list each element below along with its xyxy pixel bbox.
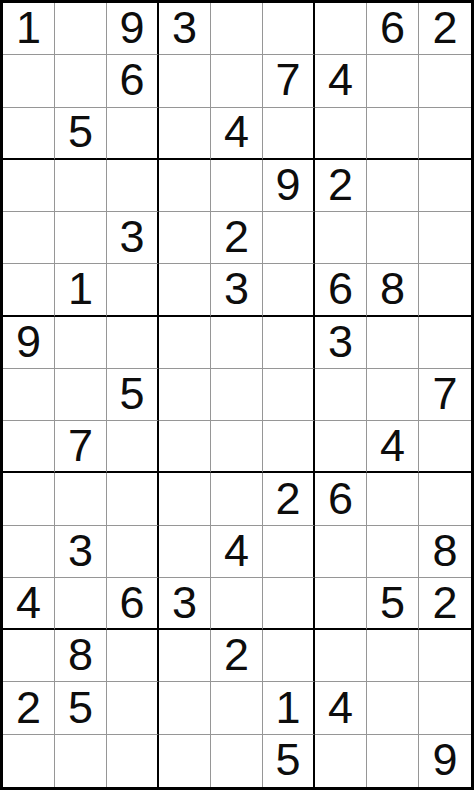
given-digit: 4 bbox=[16, 580, 41, 625]
cell-r11c1[interactable] bbox=[3, 526, 55, 578]
cell-r6c2[interactable]: 1 bbox=[55, 264, 107, 316]
cell-r5c8[interactable] bbox=[367, 212, 419, 264]
cell-r4c8[interactable] bbox=[367, 160, 419, 212]
given-digit: 6 bbox=[119, 580, 144, 625]
cell-r15c4[interactable] bbox=[159, 735, 211, 787]
cell-r8c3[interactable]: 5 bbox=[107, 369, 159, 421]
cell-r12c5[interactable] bbox=[211, 578, 263, 630]
cell-r5c4[interactable] bbox=[159, 212, 211, 264]
cell-r6c5[interactable]: 3 bbox=[211, 264, 263, 316]
cell-r5c5[interactable]: 2 bbox=[211, 212, 263, 264]
cell-r4c6[interactable]: 9 bbox=[263, 160, 315, 212]
cell-r7c7[interactable]: 3 bbox=[315, 317, 367, 369]
given-digit: 2 bbox=[275, 476, 300, 521]
given-digit: 3 bbox=[68, 528, 93, 573]
cell-r11c7[interactable] bbox=[315, 526, 367, 578]
cell-r12c9[interactable]: 2 bbox=[419, 578, 471, 630]
given-digit: 3 bbox=[119, 214, 144, 259]
cell-r12c4[interactable]: 3 bbox=[159, 578, 211, 630]
given-digit: 2 bbox=[328, 162, 353, 207]
given-digit: 4 bbox=[328, 57, 353, 102]
cell-r2c9[interactable] bbox=[419, 55, 471, 107]
cell-r7c6[interactable] bbox=[263, 317, 315, 369]
cell-r11c9[interactable]: 8 bbox=[419, 526, 471, 578]
cell-r3c7[interactable] bbox=[315, 108, 367, 160]
given-digit: 2 bbox=[224, 632, 249, 677]
cell-r9c7[interactable] bbox=[315, 421, 367, 473]
given-digit: 9 bbox=[119, 5, 144, 50]
given-digit: 8 bbox=[380, 266, 405, 311]
cell-r10c2[interactable] bbox=[55, 473, 107, 525]
cell-r1c5[interactable] bbox=[211, 3, 263, 55]
cell-r2c4[interactable] bbox=[159, 55, 211, 107]
cell-r15c2[interactable] bbox=[55, 735, 107, 787]
cell-r15c5[interactable] bbox=[211, 735, 263, 787]
cell-r12c6[interactable] bbox=[263, 578, 315, 630]
cell-r9c2[interactable]: 7 bbox=[55, 421, 107, 473]
cell-r1c1[interactable]: 1 bbox=[3, 3, 55, 55]
cell-r12c8[interactable]: 5 bbox=[367, 578, 419, 630]
cell-r13c7[interactable] bbox=[315, 630, 367, 682]
cell-r3c1[interactable] bbox=[3, 108, 55, 160]
cell-r9c4[interactable] bbox=[159, 421, 211, 473]
given-digit: 2 bbox=[16, 685, 41, 730]
cell-r6c6[interactable] bbox=[263, 264, 315, 316]
cell-r11c5[interactable]: 4 bbox=[211, 526, 263, 578]
cell-r10c5[interactable] bbox=[211, 473, 263, 525]
cell-r6c3[interactable] bbox=[107, 264, 159, 316]
given-digit: 3 bbox=[224, 266, 249, 311]
cell-r4c1[interactable] bbox=[3, 160, 55, 212]
cell-r14c6[interactable]: 1 bbox=[263, 682, 315, 734]
cell-r9c6[interactable] bbox=[263, 421, 315, 473]
cell-r8c4[interactable] bbox=[159, 369, 211, 421]
cell-r1c3[interactable]: 9 bbox=[107, 3, 159, 55]
cell-r15c3[interactable] bbox=[107, 735, 159, 787]
cell-r8c7[interactable] bbox=[315, 369, 367, 421]
given-digit: 7 bbox=[275, 57, 300, 102]
cell-r2c5[interactable] bbox=[211, 55, 263, 107]
cell-r14c5[interactable] bbox=[211, 682, 263, 734]
cell-r13c3[interactable] bbox=[107, 630, 159, 682]
cell-r2c2[interactable] bbox=[55, 55, 107, 107]
cell-r9c1[interactable] bbox=[3, 421, 55, 473]
given-digit: 4 bbox=[328, 685, 353, 730]
cell-r10c1[interactable] bbox=[3, 473, 55, 525]
cell-r14c8[interactable] bbox=[367, 682, 419, 734]
given-digit: 3 bbox=[328, 319, 353, 364]
given-digit: 6 bbox=[328, 266, 353, 311]
cell-r13c2[interactable]: 8 bbox=[55, 630, 107, 682]
cell-r2c6[interactable]: 7 bbox=[263, 55, 315, 107]
given-digit: 9 bbox=[275, 162, 300, 207]
cell-r6c8[interactable]: 8 bbox=[367, 264, 419, 316]
cell-r5c9[interactable] bbox=[419, 212, 471, 264]
cell-r9c3[interactable] bbox=[107, 421, 159, 473]
cell-r5c7[interactable] bbox=[315, 212, 367, 264]
cell-r6c9[interactable] bbox=[419, 264, 471, 316]
given-digit: 1 bbox=[16, 5, 41, 50]
cell-r15c9[interactable]: 9 bbox=[419, 735, 471, 787]
cell-r7c9[interactable] bbox=[419, 317, 471, 369]
cell-r8c2[interactable] bbox=[55, 369, 107, 421]
given-digit: 4 bbox=[224, 109, 249, 154]
cell-r10c9[interactable] bbox=[419, 473, 471, 525]
given-digit: 2 bbox=[432, 580, 457, 625]
cell-r5c1[interactable] bbox=[3, 212, 55, 264]
given-digit: 4 bbox=[224, 528, 249, 573]
given-digit: 6 bbox=[119, 57, 144, 102]
cell-r1c7[interactable] bbox=[315, 3, 367, 55]
cell-r1c9[interactable]: 2 bbox=[419, 3, 471, 55]
given-digit: 9 bbox=[16, 319, 41, 364]
cell-r11c2[interactable]: 3 bbox=[55, 526, 107, 578]
cell-r8c8[interactable] bbox=[367, 369, 419, 421]
cell-r1c4[interactable]: 3 bbox=[159, 3, 211, 55]
cell-r7c1[interactable]: 9 bbox=[3, 317, 55, 369]
given-digit: 5 bbox=[380, 580, 405, 625]
cell-r15c7[interactable] bbox=[315, 735, 367, 787]
given-digit: 2 bbox=[224, 214, 249, 259]
given-digit: 6 bbox=[328, 476, 353, 521]
cell-r3c6[interactable] bbox=[263, 108, 315, 160]
cell-r9c9[interactable] bbox=[419, 421, 471, 473]
cell-r5c2[interactable] bbox=[55, 212, 107, 264]
given-digit: 5 bbox=[275, 737, 300, 782]
cell-r13c5[interactable]: 2 bbox=[211, 630, 263, 682]
cell-r3c3[interactable] bbox=[107, 108, 159, 160]
given-digit: 4 bbox=[380, 423, 405, 468]
cell-r8c5[interactable] bbox=[211, 369, 263, 421]
given-digit: 2 bbox=[432, 5, 457, 50]
cell-r10c8[interactable] bbox=[367, 473, 419, 525]
cell-r13c1[interactable] bbox=[3, 630, 55, 682]
cell-r9c5[interactable] bbox=[211, 421, 263, 473]
cell-r11c4[interactable] bbox=[159, 526, 211, 578]
cell-r11c3[interactable] bbox=[107, 526, 159, 578]
given-digit: 7 bbox=[68, 423, 93, 468]
cell-r14c4[interactable] bbox=[159, 682, 211, 734]
cell-r1c6[interactable] bbox=[263, 3, 315, 55]
cell-r7c8[interactable] bbox=[367, 317, 419, 369]
cell-r2c1[interactable] bbox=[3, 55, 55, 107]
cell-r2c3[interactable]: 6 bbox=[107, 55, 159, 107]
cell-r8c1[interactable] bbox=[3, 369, 55, 421]
cell-r12c1[interactable]: 4 bbox=[3, 578, 55, 630]
cell-r3c4[interactable] bbox=[159, 108, 211, 160]
cell-r10c3[interactable] bbox=[107, 473, 159, 525]
cell-r2c7[interactable]: 4 bbox=[315, 55, 367, 107]
cell-r4c7[interactable]: 2 bbox=[315, 160, 367, 212]
cell-r14c3[interactable] bbox=[107, 682, 159, 734]
cell-r10c7[interactable]: 6 bbox=[315, 473, 367, 525]
given-digit: 5 bbox=[119, 371, 144, 416]
cell-r12c3[interactable]: 6 bbox=[107, 578, 159, 630]
given-digit: 5 bbox=[68, 685, 93, 730]
given-digit: 7 bbox=[432, 371, 457, 416]
cell-r4c4[interactable] bbox=[159, 160, 211, 212]
cell-r13c8[interactable] bbox=[367, 630, 419, 682]
cell-r7c4[interactable] bbox=[159, 317, 211, 369]
cell-r1c8[interactable]: 6 bbox=[367, 3, 419, 55]
given-digit: 6 bbox=[380, 5, 405, 50]
given-digit: 3 bbox=[172, 5, 197, 50]
cell-r13c9[interactable] bbox=[419, 630, 471, 682]
cell-r4c9[interactable] bbox=[419, 160, 471, 212]
cell-r14c7[interactable]: 4 bbox=[315, 682, 367, 734]
cell-r15c1[interactable] bbox=[3, 735, 55, 787]
cell-r5c3[interactable]: 3 bbox=[107, 212, 159, 264]
cell-r13c6[interactable] bbox=[263, 630, 315, 682]
cell-r15c6[interactable]: 5 bbox=[263, 735, 315, 787]
cell-r6c1[interactable] bbox=[3, 264, 55, 316]
given-digit: 5 bbox=[68, 109, 93, 154]
cell-r4c5[interactable] bbox=[211, 160, 263, 212]
given-digit: 9 bbox=[432, 737, 457, 782]
cell-r7c5[interactable] bbox=[211, 317, 263, 369]
given-digit: 8 bbox=[432, 528, 457, 573]
cell-r10c6[interactable]: 2 bbox=[263, 473, 315, 525]
cell-r6c7[interactable]: 6 bbox=[315, 264, 367, 316]
cell-r12c7[interactable] bbox=[315, 578, 367, 630]
cell-r15c8[interactable] bbox=[367, 735, 419, 787]
cell-r6c4[interactable] bbox=[159, 264, 211, 316]
cell-r3c5[interactable]: 4 bbox=[211, 108, 263, 160]
cell-r12c2[interactable] bbox=[55, 578, 107, 630]
cell-r14c9[interactable] bbox=[419, 682, 471, 734]
sudoku-board: 1936267454923213689357742634846352822514… bbox=[0, 0, 474, 790]
cell-r11c6[interactable] bbox=[263, 526, 315, 578]
cell-r10c4[interactable] bbox=[159, 473, 211, 525]
cell-r9c8[interactable]: 4 bbox=[367, 421, 419, 473]
cell-r8c9[interactable]: 7 bbox=[419, 369, 471, 421]
cell-r14c2[interactable]: 5 bbox=[55, 682, 107, 734]
given-digit: 3 bbox=[172, 580, 197, 625]
cell-r2c8[interactable] bbox=[367, 55, 419, 107]
given-digit: 1 bbox=[275, 685, 300, 730]
cell-r8c6[interactable] bbox=[263, 369, 315, 421]
cell-r7c3[interactable] bbox=[107, 317, 159, 369]
cell-r13c4[interactable] bbox=[159, 630, 211, 682]
cell-r3c9[interactable] bbox=[419, 108, 471, 160]
cell-r11c8[interactable] bbox=[367, 526, 419, 578]
cell-r1c2[interactable] bbox=[55, 3, 107, 55]
cell-r3c2[interactable]: 5 bbox=[55, 108, 107, 160]
cell-r14c1[interactable]: 2 bbox=[3, 682, 55, 734]
given-digit: 8 bbox=[68, 632, 93, 677]
cell-r3c8[interactable] bbox=[367, 108, 419, 160]
cell-r4c2[interactable] bbox=[55, 160, 107, 212]
given-digit: 1 bbox=[68, 266, 93, 311]
cell-r7c2[interactable] bbox=[55, 317, 107, 369]
cell-r4c3[interactable] bbox=[107, 160, 159, 212]
cell-r5c6[interactable] bbox=[263, 212, 315, 264]
